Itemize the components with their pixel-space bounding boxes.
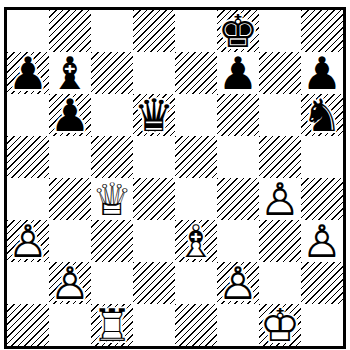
white-queen-glyph: ♕ xyxy=(92,177,132,222)
square-e7[interactable] xyxy=(175,52,217,94)
white-pawn-glyph: ♙ xyxy=(50,261,90,306)
piece-black-queen[interactable]: ♛♛ xyxy=(133,94,175,136)
piece-white-pawn[interactable]: ♟♙ xyxy=(217,262,259,304)
chess-diagram: ♚♚♟♟♝♝♟♟♟♟♟♟♛♛♞♞♛♕♟♙♟♙♝♗♟♙♟♙♟♙♜♖♚♔ xyxy=(4,7,346,349)
square-g8[interactable] xyxy=(259,10,301,52)
square-d1[interactable] xyxy=(133,304,175,346)
square-h1[interactable] xyxy=(301,304,343,346)
square-f6[interactable] xyxy=(217,94,259,136)
black-pawn-glyph: ♟ xyxy=(218,51,258,96)
square-b8[interactable] xyxy=(49,10,91,52)
square-a3[interactable]: ♟♙ xyxy=(7,220,49,262)
square-g3[interactable] xyxy=(259,220,301,262)
square-c3[interactable] xyxy=(91,220,133,262)
board-frame: ♚♚♟♟♝♝♟♟♟♟♟♟♛♛♞♞♛♕♟♙♟♙♝♗♟♙♟♙♟♙♜♖♚♔ xyxy=(4,7,346,349)
square-c6[interactable] xyxy=(91,94,133,136)
square-h4[interactable] xyxy=(301,178,343,220)
square-f1[interactable] xyxy=(217,304,259,346)
square-c8[interactable] xyxy=(91,10,133,52)
piece-black-pawn[interactable]: ♟♟ xyxy=(49,94,91,136)
square-c5[interactable] xyxy=(91,136,133,178)
piece-white-pawn[interactable]: ♟♙ xyxy=(259,178,301,220)
black-knight-glyph: ♞ xyxy=(302,93,342,138)
square-e1[interactable] xyxy=(175,304,217,346)
square-d7[interactable] xyxy=(133,52,175,94)
white-rook-glyph: ♖ xyxy=(92,303,132,348)
piece-black-knight[interactable]: ♞♞ xyxy=(301,94,343,136)
white-pawn-glyph: ♙ xyxy=(302,219,342,264)
square-e3[interactable]: ♝♗ xyxy=(175,220,217,262)
square-e4[interactable] xyxy=(175,178,217,220)
square-c4[interactable]: ♛♕ xyxy=(91,178,133,220)
black-pawn-glyph: ♟ xyxy=(50,93,90,138)
square-h5[interactable] xyxy=(301,136,343,178)
white-bishop-glyph: ♗ xyxy=(176,219,216,264)
square-g5[interactable] xyxy=(259,136,301,178)
square-d3[interactable] xyxy=(133,220,175,262)
piece-black-pawn[interactable]: ♟♟ xyxy=(217,52,259,94)
black-pawn-glyph: ♟ xyxy=(8,51,48,96)
square-a1[interactable] xyxy=(7,304,49,346)
square-f5[interactable] xyxy=(217,136,259,178)
white-pawn-glyph: ♙ xyxy=(260,177,300,222)
square-h6[interactable]: ♞♞ xyxy=(301,94,343,136)
square-a6[interactable] xyxy=(7,94,49,136)
piece-white-rook[interactable]: ♜♖ xyxy=(91,304,133,346)
piece-white-pawn[interactable]: ♟♙ xyxy=(49,262,91,304)
square-h7[interactable]: ♟♟ xyxy=(301,52,343,94)
square-c7[interactable] xyxy=(91,52,133,94)
square-g4[interactable]: ♟♙ xyxy=(259,178,301,220)
square-e8[interactable] xyxy=(175,10,217,52)
square-e5[interactable] xyxy=(175,136,217,178)
square-a5[interactable] xyxy=(7,136,49,178)
square-h2[interactable] xyxy=(301,262,343,304)
square-b1[interactable] xyxy=(49,304,91,346)
square-b6[interactable]: ♟♟ xyxy=(49,94,91,136)
square-a8[interactable] xyxy=(7,10,49,52)
piece-white-pawn[interactable]: ♟♙ xyxy=(301,220,343,262)
square-c2[interactable] xyxy=(91,262,133,304)
piece-black-bishop[interactable]: ♝♝ xyxy=(49,52,91,94)
square-h3[interactable]: ♟♙ xyxy=(301,220,343,262)
square-f7[interactable]: ♟♟ xyxy=(217,52,259,94)
square-d4[interactable] xyxy=(133,178,175,220)
square-f8[interactable]: ♚♚ xyxy=(217,10,259,52)
piece-black-pawn[interactable]: ♟♟ xyxy=(7,52,49,94)
square-g2[interactable] xyxy=(259,262,301,304)
piece-black-king[interactable]: ♚♚ xyxy=(217,10,259,52)
square-h8[interactable] xyxy=(301,10,343,52)
square-b7[interactable]: ♝♝ xyxy=(49,52,91,94)
white-pawn-glyph: ♙ xyxy=(8,219,48,264)
white-pawn-glyph: ♙ xyxy=(218,261,258,306)
square-b4[interactable] xyxy=(49,178,91,220)
square-d8[interactable] xyxy=(133,10,175,52)
square-a7[interactable]: ♟♟ xyxy=(7,52,49,94)
chess-board: ♚♚♟♟♝♝♟♟♟♟♟♟♛♛♞♞♛♕♟♙♟♙♝♗♟♙♟♙♟♙♜♖♚♔ xyxy=(7,10,343,346)
piece-white-king[interactable]: ♚♔ xyxy=(259,304,301,346)
square-f3[interactable] xyxy=(217,220,259,262)
square-e6[interactable] xyxy=(175,94,217,136)
square-b2[interactable]: ♟♙ xyxy=(49,262,91,304)
square-g1[interactable]: ♚♔ xyxy=(259,304,301,346)
piece-white-bishop[interactable]: ♝♗ xyxy=(175,220,217,262)
square-a4[interactable] xyxy=(7,178,49,220)
square-b5[interactable] xyxy=(49,136,91,178)
square-e2[interactable] xyxy=(175,262,217,304)
square-f2[interactable]: ♟♙ xyxy=(217,262,259,304)
square-a2[interactable] xyxy=(7,262,49,304)
square-g7[interactable] xyxy=(259,52,301,94)
square-c1[interactable]: ♜♖ xyxy=(91,304,133,346)
black-queen-glyph: ♛ xyxy=(134,93,174,138)
piece-white-queen[interactable]: ♛♕ xyxy=(91,178,133,220)
square-d6[interactable]: ♛♛ xyxy=(133,94,175,136)
square-b3[interactable] xyxy=(49,220,91,262)
square-d2[interactable] xyxy=(133,262,175,304)
square-d5[interactable] xyxy=(133,136,175,178)
white-king-glyph: ♔ xyxy=(260,303,300,348)
square-g6[interactable] xyxy=(259,94,301,136)
piece-white-pawn[interactable]: ♟♙ xyxy=(7,220,49,262)
piece-black-pawn[interactable]: ♟♟ xyxy=(301,52,343,94)
square-f4[interactable] xyxy=(217,178,259,220)
